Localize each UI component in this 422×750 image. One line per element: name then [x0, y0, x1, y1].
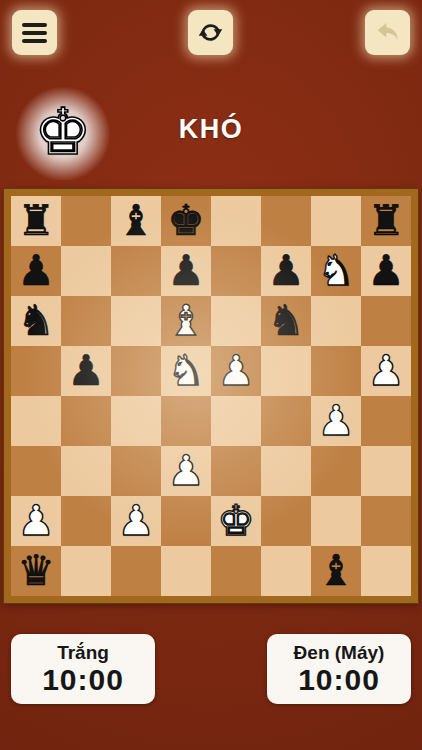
square-e2[interactable]: ♚ — [211, 496, 261, 546]
square-c6[interactable] — [111, 296, 161, 346]
square-b4[interactable] — [61, 396, 111, 446]
square-f3[interactable] — [261, 446, 311, 496]
piece-black-pawn[interactable]: ♟ — [67, 346, 105, 396]
square-c5[interactable] — [111, 346, 161, 396]
piece-white-knight[interactable]: ♞ — [317, 246, 355, 296]
square-c4[interactable] — [111, 396, 161, 446]
square-a2[interactable]: ♟ — [11, 496, 61, 546]
square-g1[interactable]: ♝ — [311, 546, 361, 596]
square-h5[interactable]: ♟ — [361, 346, 411, 396]
square-g7[interactable]: ♞ — [311, 246, 361, 296]
piece-black-knight[interactable]: ♞ — [267, 296, 305, 346]
difficulty-title: KHÓ — [0, 114, 422, 145]
menu-button[interactable] — [12, 10, 57, 55]
square-c8[interactable]: ♝ — [111, 196, 161, 246]
square-f1[interactable] — [261, 546, 311, 596]
square-b2[interactable] — [61, 496, 111, 546]
top-bar — [0, 10, 422, 56]
piece-black-pawn[interactable]: ♟ — [167, 246, 205, 296]
square-e6[interactable] — [211, 296, 261, 346]
piece-black-knight[interactable]: ♞ — [17, 296, 55, 346]
black-clock: Đen (Máy) 10:00 — [267, 634, 411, 704]
piece-white-pawn[interactable]: ♟ — [117, 496, 155, 546]
square-d7[interactable]: ♟ — [161, 246, 211, 296]
square-h4[interactable] — [361, 396, 411, 446]
square-h8[interactable]: ♜ — [361, 196, 411, 246]
square-g3[interactable] — [311, 446, 361, 496]
square-c1[interactable] — [111, 546, 161, 596]
clock-row: Trắng 10:00 Đen (Máy) 10:00 — [0, 634, 422, 704]
refresh-sync-icon — [197, 19, 224, 46]
square-a4[interactable] — [11, 396, 61, 446]
square-f7[interactable]: ♟ — [261, 246, 311, 296]
square-g8[interactable] — [311, 196, 361, 246]
square-g4[interactable]: ♟ — [311, 396, 361, 446]
hamburger-menu-icon — [22, 23, 47, 43]
square-e7[interactable] — [211, 246, 261, 296]
square-g6[interactable] — [311, 296, 361, 346]
square-e4[interactable] — [211, 396, 261, 446]
undo-arrow-icon — [374, 19, 402, 47]
square-c7[interactable] — [111, 246, 161, 296]
white-player-label: Trắng — [57, 642, 109, 664]
piece-white-pawn[interactable]: ♟ — [167, 446, 205, 496]
square-e5[interactable]: ♟ — [211, 346, 261, 396]
square-f2[interactable] — [261, 496, 311, 546]
piece-white-pawn[interactable]: ♟ — [317, 396, 355, 446]
piece-black-rook[interactable]: ♜ — [367, 196, 405, 246]
square-b1[interactable] — [61, 546, 111, 596]
black-clock-time: 10:00 — [298, 664, 380, 696]
square-d8[interactable]: ♚ — [161, 196, 211, 246]
piece-white-pawn[interactable]: ♟ — [17, 496, 55, 546]
piece-white-knight[interactable]: ♞ — [167, 346, 205, 396]
square-e3[interactable] — [211, 446, 261, 496]
square-a7[interactable]: ♟ — [11, 246, 61, 296]
piece-black-rook[interactable]: ♜ — [17, 196, 55, 246]
piece-white-pawn[interactable]: ♟ — [217, 346, 255, 396]
square-c3[interactable] — [111, 446, 161, 496]
black-player-label: Đen (Máy) — [294, 642, 385, 664]
square-d2[interactable] — [161, 496, 211, 546]
square-b6[interactable] — [61, 296, 111, 346]
piece-black-pawn[interactable]: ♟ — [367, 246, 405, 296]
piece-white-pawn[interactable]: ♟ — [367, 346, 405, 396]
difficulty-header: ♚ KHÓ — [0, 84, 422, 180]
square-c2[interactable]: ♟ — [111, 496, 161, 546]
piece-white-king[interactable]: ♚ — [217, 496, 255, 546]
square-f4[interactable] — [261, 396, 311, 446]
square-a6[interactable]: ♞ — [11, 296, 61, 346]
square-d6[interactable]: ♝ — [161, 296, 211, 346]
refresh-button[interactable] — [188, 10, 233, 55]
board-frame: ♜♝♚♜♟♟♟♞♟♞♝♞♟♞♟♟♟♟♟♟♚♛♝ — [4, 189, 418, 603]
square-d4[interactable] — [161, 396, 211, 446]
piece-black-bishop[interactable]: ♝ — [117, 196, 155, 246]
piece-white-bishop[interactable]: ♝ — [167, 296, 205, 346]
square-a8[interactable]: ♜ — [11, 196, 61, 246]
square-h7[interactable]: ♟ — [361, 246, 411, 296]
square-h1[interactable] — [361, 546, 411, 596]
square-g2[interactable] — [311, 496, 361, 546]
square-d5[interactable]: ♞ — [161, 346, 211, 396]
square-e1[interactable] — [211, 546, 261, 596]
piece-black-pawn[interactable]: ♟ — [267, 246, 305, 296]
square-b5[interactable]: ♟ — [61, 346, 111, 396]
square-f6[interactable]: ♞ — [261, 296, 311, 346]
square-d1[interactable] — [161, 546, 211, 596]
square-b3[interactable] — [61, 446, 111, 496]
white-clock: Trắng 10:00 — [11, 634, 155, 704]
square-f5[interactable] — [261, 346, 311, 396]
square-a3[interactable] — [11, 446, 61, 496]
square-a1[interactable]: ♛ — [11, 546, 61, 596]
chess-board[interactable]: ♜♝♚♜♟♟♟♞♟♞♝♞♟♞♟♟♟♟♟♟♚♛♝ — [11, 196, 411, 596]
piece-black-queen[interactable]: ♛ — [17, 546, 55, 596]
square-a5[interactable] — [11, 346, 61, 396]
piece-black-pawn[interactable]: ♟ — [17, 246, 55, 296]
piece-black-bishop[interactable]: ♝ — [317, 546, 355, 596]
square-b7[interactable] — [61, 246, 111, 296]
square-b8[interactable] — [61, 196, 111, 246]
square-g5[interactable] — [311, 346, 361, 396]
square-e8[interactable] — [211, 196, 261, 246]
square-h2[interactable] — [361, 496, 411, 546]
piece-black-king[interactable]: ♚ — [167, 196, 205, 246]
square-h6[interactable] — [361, 296, 411, 346]
white-clock-time: 10:00 — [42, 664, 124, 696]
square-d3[interactable]: ♟ — [161, 446, 211, 496]
undo-button[interactable] — [365, 10, 410, 55]
chess-app-screen: { "game": "chess", "position": { "fen": … — [0, 0, 422, 750]
square-h3[interactable] — [361, 446, 411, 496]
square-f8[interactable] — [261, 196, 311, 246]
